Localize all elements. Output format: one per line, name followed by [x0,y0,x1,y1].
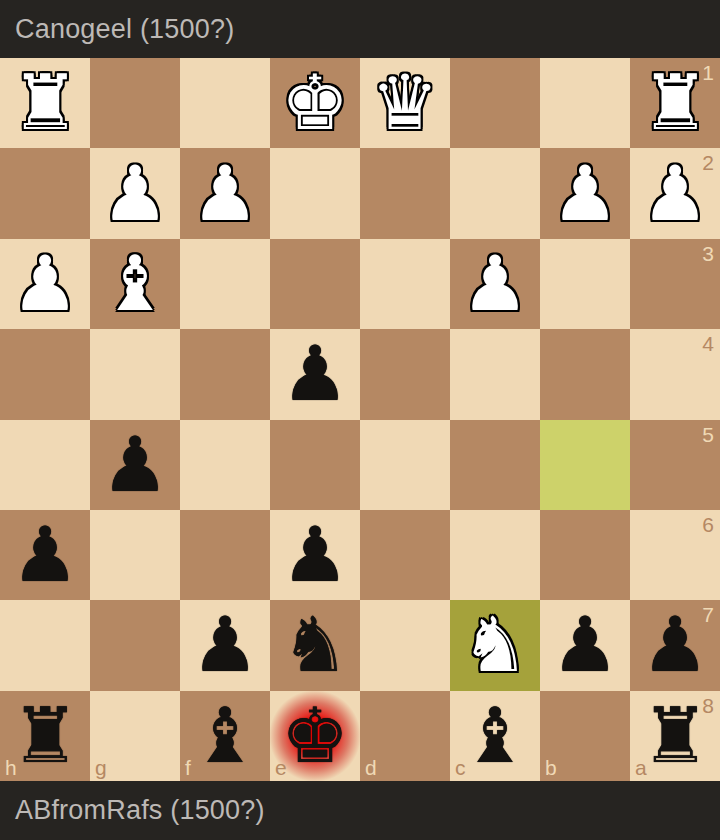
white-pawn[interactable]: ♟ [551,149,619,239]
square-c3[interactable]: ♟ [450,239,540,329]
square-d5[interactable] [360,420,450,510]
square-a6[interactable]: 6 [630,510,720,600]
square-b1[interactable] [540,58,630,148]
square-h6[interactable]: ♟ [0,510,90,600]
white-pawn[interactable]: ♟ [101,149,169,239]
square-a3[interactable]: 3 [630,239,720,329]
square-g6[interactable] [90,510,180,600]
board[interactable]: ♜♚♛♜1♟♟♟♟2♟♝♟3♟4♟5♟♟6♟♞♞♟♟7♜hg♝f♚ed♝cb♜a… [0,58,720,781]
black-bishop[interactable]: ♝ [461,691,529,781]
square-c4[interactable] [450,329,540,419]
square-f8[interactable]: ♝f [180,691,270,781]
coord-rank-2: 2 [702,152,714,173]
square-c8[interactable]: ♝c [450,691,540,781]
coord-rank-6: 6 [702,514,714,535]
square-c1[interactable] [450,58,540,148]
square-h2[interactable] [0,148,90,238]
square-e6[interactable]: ♟ [270,510,360,600]
white-rook[interactable]: ♜ [11,58,79,148]
square-g1[interactable] [90,58,180,148]
coord-file-f: f [185,757,191,778]
square-d2[interactable] [360,148,450,238]
square-g7[interactable] [90,600,180,690]
black-pawn[interactable]: ♟ [281,329,349,419]
square-a5[interactable]: 5 [630,420,720,510]
coord-rank-3: 3 [702,243,714,264]
square-c7[interactable]: ♞ [450,600,540,690]
square-a2[interactable]: ♟2 [630,148,720,238]
square-g2[interactable]: ♟ [90,148,180,238]
square-c2[interactable] [450,148,540,238]
square-c6[interactable] [450,510,540,600]
square-g8[interactable]: g [90,691,180,781]
square-d3[interactable] [360,239,450,329]
white-rook[interactable]: ♜ [641,58,709,148]
square-f6[interactable] [180,510,270,600]
square-b8[interactable]: b [540,691,630,781]
square-d7[interactable] [360,600,450,690]
black-king[interactable]: ♚ [281,691,349,781]
square-f2[interactable]: ♟ [180,148,270,238]
white-king[interactable]: ♚ [281,58,349,148]
coord-file-e: e [275,757,287,778]
coord-file-b: b [545,757,557,778]
square-b6[interactable] [540,510,630,600]
black-rook[interactable]: ♜ [11,691,79,781]
square-a7[interactable]: ♟7 [630,600,720,690]
square-b7[interactable]: ♟ [540,600,630,690]
square-b5[interactable] [540,420,630,510]
square-g4[interactable] [90,329,180,419]
black-pawn[interactable]: ♟ [191,600,259,690]
coord-file-a: a [635,757,647,778]
coord-rank-4: 4 [702,333,714,354]
square-a8[interactable]: ♜a8 [630,691,720,781]
white-queen[interactable]: ♛ [371,58,439,148]
game-screen: Canogeel (1500?) ♜♚♛♜1♟♟♟♟2♟♝♟3♟4♟5♟♟6♟♞… [0,0,720,840]
square-f5[interactable] [180,420,270,510]
square-f4[interactable] [180,329,270,419]
coord-rank-7: 7 [702,604,714,625]
black-pawn[interactable]: ♟ [551,600,619,690]
player-name-bottom: ABfromRafs (1500?) [15,795,265,826]
square-e8[interactable]: ♚e [270,691,360,781]
white-pawn[interactable]: ♟ [461,239,529,329]
black-pawn[interactable]: ♟ [641,600,709,690]
player-name-top: Canogeel (1500?) [15,14,234,45]
square-e7[interactable]: ♞ [270,600,360,690]
white-pawn[interactable]: ♟ [11,239,79,329]
square-f7[interactable]: ♟ [180,600,270,690]
square-e4[interactable]: ♟ [270,329,360,419]
coord-rank-1: 1 [702,62,714,83]
square-b4[interactable] [540,329,630,419]
black-pawn[interactable]: ♟ [11,510,79,600]
square-h5[interactable] [0,420,90,510]
square-e2[interactable] [270,148,360,238]
coord-file-h: h [5,757,17,778]
black-bishop[interactable]: ♝ [191,691,259,781]
coord-rank-8: 8 [702,695,714,716]
square-d4[interactable] [360,329,450,419]
white-pawn[interactable]: ♟ [641,149,709,239]
coord-file-d: d [365,757,377,778]
square-a4[interactable]: 4 [630,329,720,419]
square-h4[interactable] [0,329,90,419]
player-bar-bottom: ABfromRafs (1500?) [0,781,720,840]
square-d1[interactable]: ♛ [360,58,450,148]
square-f1[interactable] [180,58,270,148]
square-f3[interactable] [180,239,270,329]
square-b3[interactable] [540,239,630,329]
coord-file-g: g [95,757,107,778]
square-a1[interactable]: ♜1 [630,58,720,148]
square-e3[interactable] [270,239,360,329]
square-b2[interactable]: ♟ [540,148,630,238]
coord-file-c: c [455,757,466,778]
white-knight[interactable]: ♞ [461,600,529,690]
square-g3[interactable]: ♝ [90,239,180,329]
black-rook[interactable]: ♜ [641,691,709,781]
black-pawn[interactable]: ♟ [281,510,349,600]
white-pawn[interactable]: ♟ [191,149,259,239]
white-bishop[interactable]: ♝ [101,239,169,329]
square-e5[interactable] [270,420,360,510]
square-g5[interactable]: ♟ [90,420,180,510]
black-pawn[interactable]: ♟ [101,420,169,510]
player-bar-top: Canogeel (1500?) [0,0,720,58]
square-h1[interactable]: ♜ [0,58,90,148]
square-d8[interactable]: d [360,691,450,781]
black-knight[interactable]: ♞ [281,600,349,690]
square-d6[interactable] [360,510,450,600]
square-e1[interactable]: ♚ [270,58,360,148]
square-c5[interactable] [450,420,540,510]
square-h8[interactable]: ♜h [0,691,90,781]
square-h3[interactable]: ♟ [0,239,90,329]
coord-rank-5: 5 [702,424,714,445]
square-h7[interactable] [0,600,90,690]
